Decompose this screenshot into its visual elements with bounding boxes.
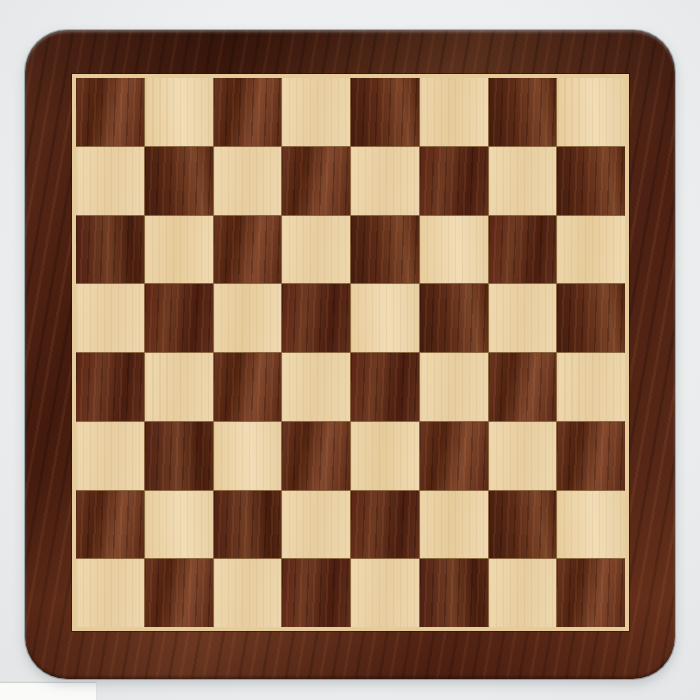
square-d7[interactable] bbox=[282, 147, 350, 215]
square-h8[interactable] bbox=[557, 78, 625, 146]
square-f3[interactable] bbox=[420, 422, 488, 490]
backdrop-seam bbox=[0, 683, 96, 700]
square-b7[interactable] bbox=[145, 147, 213, 215]
square-a8[interactable] bbox=[76, 78, 144, 146]
square-a5[interactable] bbox=[76, 284, 144, 352]
square-e5[interactable] bbox=[351, 284, 419, 352]
square-f6[interactable] bbox=[420, 216, 488, 284]
square-c4[interactable] bbox=[214, 353, 282, 421]
square-c1[interactable] bbox=[214, 559, 282, 627]
square-e1[interactable] bbox=[351, 559, 419, 627]
square-c7[interactable] bbox=[214, 147, 282, 215]
square-c2[interactable] bbox=[214, 491, 282, 559]
square-d3[interactable] bbox=[282, 422, 350, 490]
square-g1[interactable] bbox=[489, 559, 557, 627]
square-d8[interactable] bbox=[282, 78, 350, 146]
square-g2[interactable] bbox=[489, 491, 557, 559]
square-c8[interactable] bbox=[214, 78, 282, 146]
square-e2[interactable] bbox=[351, 491, 419, 559]
square-b3[interactable] bbox=[145, 422, 213, 490]
square-g4[interactable] bbox=[489, 353, 557, 421]
square-e7[interactable] bbox=[351, 147, 419, 215]
square-f5[interactable] bbox=[420, 284, 488, 352]
square-b8[interactable] bbox=[145, 78, 213, 146]
square-e4[interactable] bbox=[351, 353, 419, 421]
square-b5[interactable] bbox=[145, 284, 213, 352]
square-e6[interactable] bbox=[351, 216, 419, 284]
square-c5[interactable] bbox=[214, 284, 282, 352]
square-g6[interactable] bbox=[489, 216, 557, 284]
square-h6[interactable] bbox=[557, 216, 625, 284]
square-f2[interactable] bbox=[420, 491, 488, 559]
square-g7[interactable] bbox=[489, 147, 557, 215]
square-e3[interactable] bbox=[351, 422, 419, 490]
square-b4[interactable] bbox=[145, 353, 213, 421]
board-grid bbox=[76, 78, 625, 627]
square-b2[interactable] bbox=[145, 491, 213, 559]
square-g5[interactable] bbox=[489, 284, 557, 352]
square-d4[interactable] bbox=[282, 353, 350, 421]
square-h4[interactable] bbox=[557, 353, 625, 421]
square-a3[interactable] bbox=[76, 422, 144, 490]
square-c3[interactable] bbox=[214, 422, 282, 490]
square-h7[interactable] bbox=[557, 147, 625, 215]
board-playfield bbox=[72, 74, 629, 631]
photo-backdrop bbox=[0, 0, 700, 700]
square-g3[interactable] bbox=[489, 422, 557, 490]
square-h2[interactable] bbox=[557, 491, 625, 559]
square-f1[interactable] bbox=[420, 559, 488, 627]
square-a2[interactable] bbox=[76, 491, 144, 559]
square-f4[interactable] bbox=[420, 353, 488, 421]
square-d5[interactable] bbox=[282, 284, 350, 352]
square-d6[interactable] bbox=[282, 216, 350, 284]
square-h5[interactable] bbox=[557, 284, 625, 352]
square-e8[interactable] bbox=[351, 78, 419, 146]
square-f7[interactable] bbox=[420, 147, 488, 215]
square-a1[interactable] bbox=[76, 559, 144, 627]
square-d1[interactable] bbox=[282, 559, 350, 627]
square-d2[interactable] bbox=[282, 491, 350, 559]
square-g8[interactable] bbox=[489, 78, 557, 146]
square-h3[interactable] bbox=[557, 422, 625, 490]
square-b1[interactable] bbox=[145, 559, 213, 627]
square-a7[interactable] bbox=[76, 147, 144, 215]
square-b6[interactable] bbox=[145, 216, 213, 284]
square-f8[interactable] bbox=[420, 78, 488, 146]
square-h1[interactable] bbox=[557, 559, 625, 627]
square-a4[interactable] bbox=[76, 353, 144, 421]
square-a6[interactable] bbox=[76, 216, 144, 284]
chess-board bbox=[25, 30, 675, 679]
square-c6[interactable] bbox=[214, 216, 282, 284]
